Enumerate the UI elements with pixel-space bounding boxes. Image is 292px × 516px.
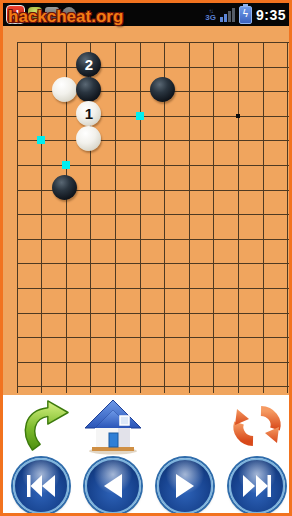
suggestion-marker[interactable] [136, 112, 144, 120]
status-right-icons: ↑↓ 3G ϟ 9:35 [205, 3, 286, 26]
grid-line-h [17, 165, 290, 166]
suggestion-marker[interactable] [37, 136, 45, 144]
stone-white [52, 77, 77, 102]
move-number: 2 [85, 57, 93, 72]
grid-line-h [17, 140, 290, 141]
grid-line-h [17, 337, 290, 338]
grid-line-h [17, 42, 290, 43]
battery-icon: ϟ [239, 6, 252, 24]
grid-line-v [140, 42, 141, 393]
grid-line-h [17, 239, 290, 240]
clock: 9:35 [256, 7, 286, 23]
grid-line-h [17, 313, 290, 314]
grid-line-h [17, 362, 290, 363]
redo-button[interactable] [231, 401, 283, 454]
skip-to-end-icon [243, 475, 271, 497]
grid-line-v [115, 42, 116, 393]
star-point [236, 114, 240, 118]
replay-nav-bar [3, 457, 289, 513]
signal-strength-icon [220, 8, 235, 22]
app-screen: d ↑↓ 3G ϟ 9:35 hackcheat.org 21 [0, 0, 292, 516]
grid-line-h [17, 214, 290, 215]
grid-line-h [17, 116, 290, 117]
move-number: 1 [85, 106, 93, 121]
green-undo-arrow-icon [16, 441, 70, 456]
stone-black [52, 175, 77, 200]
grid-line-v [17, 42, 18, 393]
grid-line-v [238, 42, 239, 393]
stone-black: 2 [76, 52, 101, 77]
orange-refresh-arrows-icon [231, 439, 283, 454]
grid-line-h [17, 288, 290, 289]
grid-line-v [263, 42, 264, 393]
grid-line-v [213, 42, 214, 393]
toolbar [3, 395, 289, 457]
next-move-button[interactable] [157, 458, 213, 514]
next-triangle-icon [176, 474, 194, 498]
skip-to-start-icon [27, 475, 55, 497]
home-button[interactable] [84, 397, 142, 458]
grid-line-v [287, 42, 288, 393]
suggestion-marker[interactable] [62, 161, 70, 169]
grid-line-h [17, 67, 290, 68]
grid-line-h [17, 263, 290, 264]
stone-white: 1 [76, 101, 101, 126]
stone-black [150, 77, 175, 102]
grid-line-v [189, 42, 190, 393]
grid-line-h [17, 386, 290, 387]
first-move-button[interactable] [13, 458, 69, 514]
undo-button[interactable] [16, 399, 70, 456]
network-3g-icon: ↑↓ 3G [205, 8, 216, 22]
grid-line-v [41, 42, 42, 393]
home-house-icon [84, 443, 142, 458]
last-move-button[interactable] [229, 458, 285, 514]
previous-triangle-icon [104, 474, 122, 498]
stone-white [76, 126, 101, 151]
previous-move-button[interactable] [85, 458, 141, 514]
stone-black [76, 77, 101, 102]
go-board[interactable]: 21 [3, 26, 289, 395]
watermark: hackcheat.org [8, 7, 123, 27]
